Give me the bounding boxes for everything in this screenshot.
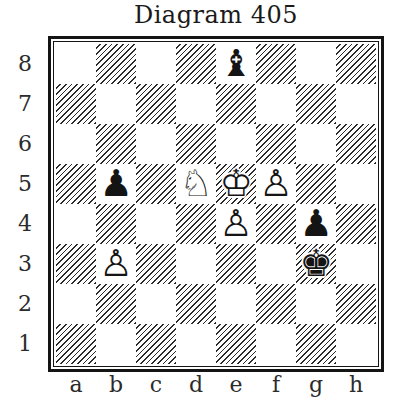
board-inner-border: ♝♝♟♟♞♘♚♔♟♙♟♙♟♟♟♙♚♚ [53,41,379,367]
square-h4 [336,204,376,244]
square-a5 [56,164,96,204]
square-b1 [96,324,136,364]
rank-label-8: 8 [8,44,42,84]
piece-halo: ♟ [256,163,296,203]
piece-white-pawn: ♙ [216,203,256,243]
square-h7 [336,84,376,124]
square-e4: ♟♙ [216,204,256,244]
square-e6 [216,124,256,164]
square-g8 [296,44,336,84]
square-b8 [96,44,136,84]
square-f6 [256,124,296,164]
rank-label-1: 1 [8,324,42,364]
piece-halo: ♞ [176,163,216,203]
square-c7 [136,84,176,124]
square-b4 [96,204,136,244]
file-label-g: g [296,371,336,399]
square-f7 [256,84,296,124]
square-c8 [136,44,176,84]
square-d7 [176,84,216,124]
square-e7 [216,84,256,124]
square-d5: ♞♘ [176,164,216,204]
piece-halo: ♚ [216,163,256,203]
square-g5 [296,164,336,204]
file-label-e: e [216,371,256,399]
file-label-d: d [176,371,216,399]
square-b2 [96,284,136,324]
file-label-b: b [96,371,136,399]
piece-black-pawn: ♟ [296,203,336,243]
file-label-a: a [56,371,96,399]
square-c5 [136,164,176,204]
chess-board: ♝♝♟♟♞♘♚♔♟♙♟♙♟♟♟♙♚♚ [56,44,376,364]
rank-label-5: 5 [8,164,42,204]
rank-label-3: 3 [8,244,42,284]
square-d4 [176,204,216,244]
piece-halo: ♟ [96,163,136,203]
board-outer-border: ♝♝♟♟♞♘♚♔♟♙♟♙♟♟♟♙♚♚ [48,36,384,372]
square-d2 [176,284,216,324]
square-a1 [56,324,96,364]
square-a2 [56,284,96,324]
square-h8 [336,44,376,84]
piece-black-bishop: ♝ [216,43,256,83]
square-g2 [296,284,336,324]
square-g6 [296,124,336,164]
square-e5: ♚♔ [216,164,256,204]
square-c3 [136,244,176,284]
square-g1 [296,324,336,364]
file-labels: abcdefgh [56,371,376,399]
square-b7 [96,84,136,124]
piece-halo: ♟ [96,243,136,283]
diagram-title: Diagram 405 [48,1,384,29]
square-f3 [256,244,296,284]
piece-black-pawn: ♟ [96,163,136,203]
rank-label-2: 2 [8,284,42,324]
rank-labels: 87654321 [8,44,42,364]
square-e1 [216,324,256,364]
square-a7 [56,84,96,124]
square-a8 [56,44,96,84]
square-c4 [136,204,176,244]
square-f8 [256,44,296,84]
piece-white-king: ♔ [216,163,256,203]
file-label-h: h [336,371,376,399]
square-d1 [176,324,216,364]
square-h5 [336,164,376,204]
square-a6 [56,124,96,164]
piece-black-king: ♚ [296,243,336,283]
piece-halo: ♚ [296,243,336,283]
rank-label-4: 4 [8,204,42,244]
square-a4 [56,204,96,244]
square-b6 [96,124,136,164]
piece-white-knight: ♘ [176,163,216,203]
square-g4: ♟♟ [296,204,336,244]
square-f5: ♟♙ [256,164,296,204]
square-h2 [336,284,376,324]
square-d8 [176,44,216,84]
piece-halo: ♝ [216,43,256,83]
square-h3 [336,244,376,284]
square-c1 [136,324,176,364]
file-label-f: f [256,371,296,399]
square-h6 [336,124,376,164]
rank-label-7: 7 [8,84,42,124]
piece-white-pawn: ♙ [256,163,296,203]
square-b3: ♟♙ [96,244,136,284]
piece-halo: ♟ [216,203,256,243]
square-e8: ♝♝ [216,44,256,84]
square-e2 [216,284,256,324]
square-g7 [296,84,336,124]
square-a3 [56,244,96,284]
square-f4 [256,204,296,244]
square-c2 [136,284,176,324]
piece-halo: ♟ [296,203,336,243]
square-h1 [336,324,376,364]
square-d6 [176,124,216,164]
square-f2 [256,284,296,324]
square-c6 [136,124,176,164]
rank-label-6: 6 [8,124,42,164]
square-e3 [216,244,256,284]
square-d3 [176,244,216,284]
piece-white-pawn: ♙ [96,243,136,283]
file-label-c: c [136,371,176,399]
square-f1 [256,324,296,364]
square-g3: ♚♚ [296,244,336,284]
square-b5: ♟♟ [96,164,136,204]
